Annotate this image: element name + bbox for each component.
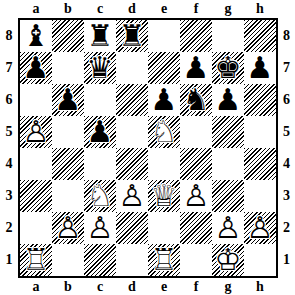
square-e4[interactable]: [148, 148, 180, 180]
piece-glyph: ♟: [52, 84, 84, 116]
black-pawn: ♟♟: [148, 84, 180, 116]
piece-halo: ♟: [180, 180, 212, 212]
piece-glyph: ♙: [116, 180, 148, 212]
square-b5[interactable]: [52, 116, 84, 148]
square-h8[interactable]: [244, 20, 276, 52]
file-label-top-a: a: [20, 0, 52, 18]
square-f4[interactable]: [180, 148, 212, 180]
square-f6[interactable]: ♞♞: [180, 84, 212, 116]
file-labels-bottom: abcdefgh: [20, 278, 295, 295]
black-pawn: ♟♟: [84, 116, 116, 148]
file-labels-top: abcdefgh: [20, 0, 295, 18]
piece-halo: ♟: [20, 52, 52, 84]
piece-halo: ♟: [212, 84, 244, 116]
square-b3[interactable]: [52, 180, 84, 212]
rank-label-right-5: 5: [278, 116, 295, 148]
square-b4[interactable]: [52, 148, 84, 180]
square-e7[interactable]: [148, 52, 180, 84]
rank-label-left-7: 7: [0, 52, 18, 84]
square-c8[interactable]: ♜♜: [84, 20, 116, 52]
white-queen: ♛♕: [148, 180, 180, 212]
rank-label-right-8: 8: [278, 20, 295, 52]
piece-halo: ♝: [20, 20, 52, 52]
rank-labels-right: 87654321: [278, 18, 295, 278]
square-d3[interactable]: ♟♙: [116, 180, 148, 212]
piece-glyph: ♛: [84, 52, 116, 84]
piece-halo: ♞: [180, 84, 212, 116]
black-pawn: ♟♟: [52, 84, 84, 116]
square-c5[interactable]: ♟♟: [84, 116, 116, 148]
piece-halo: ♜: [20, 244, 52, 276]
piece-glyph: ♕: [148, 180, 180, 212]
square-c2[interactable]: ♟♙: [84, 212, 116, 244]
white-pawn: ♟♙: [84, 212, 116, 244]
piece-glyph: ♙: [52, 212, 84, 244]
square-d7[interactable]: [116, 52, 148, 84]
square-a5[interactable]: ♟♙: [20, 116, 52, 148]
black-pawn: ♟♟: [212, 84, 244, 116]
rank-label-left-4: 4: [0, 148, 18, 180]
square-f7[interactable]: ♟♟: [180, 52, 212, 84]
square-a8[interactable]: ♝♝: [20, 20, 52, 52]
rank-label-left-1: 1: [0, 244, 18, 276]
white-pawn: ♟♙: [212, 212, 244, 244]
piece-glyph: ♖: [148, 244, 180, 276]
black-queen: ♛♛: [84, 52, 116, 84]
square-c7[interactable]: ♛♛: [84, 52, 116, 84]
file-label-top-h: h: [244, 0, 276, 18]
piece-glyph: ♟: [148, 84, 180, 116]
piece-glyph: ♔: [212, 244, 244, 276]
square-g4[interactable]: [212, 148, 244, 180]
square-b1[interactable]: [52, 244, 84, 276]
square-e1[interactable]: ♜♖: [148, 244, 180, 276]
black-pawn: ♟♟: [244, 52, 276, 84]
black-knight: ♞♞: [180, 84, 212, 116]
file-label-bottom-h: h: [244, 278, 276, 295]
square-c6[interactable]: [84, 84, 116, 116]
piece-halo: ♟: [52, 84, 84, 116]
black-rook: ♜♜: [116, 20, 148, 52]
chess-diagram: abcdefgh 87654321 ♝♝♜♜♜♜♟♟♛♛♟♟♚♚♟♟♟♟♟♟♞♞…: [0, 0, 295, 295]
white-pawn: ♟♙: [180, 180, 212, 212]
square-e2[interactable]: [148, 212, 180, 244]
square-c1[interactable]: [84, 244, 116, 276]
square-c3[interactable]: ♞♘: [84, 180, 116, 212]
chess-board: ♝♝♜♜♜♜♟♟♛♛♟♟♚♚♟♟♟♟♟♟♞♞♟♟♟♙♟♟♞♘♞♘♟♙♛♕♟♙♟♙…: [18, 18, 278, 278]
piece-halo: ♜: [84, 20, 116, 52]
piece-halo: ♟: [244, 212, 276, 244]
square-c4[interactable]: [84, 148, 116, 180]
piece-halo: ♟: [52, 212, 84, 244]
white-pawn: ♟♙: [244, 212, 276, 244]
square-d1[interactable]: [116, 244, 148, 276]
square-g6[interactable]: ♟♟: [212, 84, 244, 116]
file-label-top-c: c: [84, 0, 116, 18]
rank-label-right-7: 7: [278, 52, 295, 84]
file-label-top-g: g: [212, 0, 244, 18]
rank-label-right-3: 3: [278, 180, 295, 212]
square-h1[interactable]: [244, 244, 276, 276]
square-g3[interactable]: [212, 180, 244, 212]
square-b2[interactable]: ♟♙: [52, 212, 84, 244]
square-a1[interactable]: ♜♖: [20, 244, 52, 276]
rank-label-left-8: 8: [0, 20, 18, 52]
square-h7[interactable]: ♟♟: [244, 52, 276, 84]
rank-label-left-5: 5: [0, 116, 18, 148]
piece-halo: ♟: [20, 116, 52, 148]
file-label-bottom-g: g: [212, 278, 244, 295]
piece-glyph: ♙: [180, 180, 212, 212]
piece-halo: ♟: [116, 180, 148, 212]
square-d5[interactable]: [116, 116, 148, 148]
file-label-top-e: e: [148, 0, 180, 18]
piece-glyph: ♜: [116, 20, 148, 52]
file-label-bottom-d: d: [116, 278, 148, 295]
piece-halo: ♟: [84, 116, 116, 148]
piece-glyph: ♘: [84, 180, 116, 212]
square-h4[interactable]: [244, 148, 276, 180]
square-d4[interactable]: [116, 148, 148, 180]
square-e3[interactable]: ♛♕: [148, 180, 180, 212]
black-king: ♚♚: [212, 52, 244, 84]
piece-glyph: ♟: [180, 52, 212, 84]
square-d2[interactable]: [116, 212, 148, 244]
white-knight: ♞♘: [148, 116, 180, 148]
rank-label-right-1: 1: [278, 244, 295, 276]
white-rook: ♜♖: [148, 244, 180, 276]
file-label-top-b: b: [52, 0, 84, 18]
piece-glyph: ♙: [244, 212, 276, 244]
rank-label-right-4: 4: [278, 148, 295, 180]
piece-glyph: ♝: [20, 20, 52, 52]
piece-glyph: ♚: [212, 52, 244, 84]
rank-label-right-2: 2: [278, 212, 295, 244]
white-knight: ♞♘: [84, 180, 116, 212]
rank-labels-left: 87654321: [0, 18, 18, 278]
square-b6[interactable]: ♟♟: [52, 84, 84, 116]
piece-halo: ♜: [148, 244, 180, 276]
piece-glyph: ♟: [244, 52, 276, 84]
square-h6[interactable]: [244, 84, 276, 116]
piece-glyph: ♜: [84, 20, 116, 52]
square-e5[interactable]: ♞♘: [148, 116, 180, 148]
white-pawn: ♟♙: [116, 180, 148, 212]
piece-halo: ♟: [84, 212, 116, 244]
black-pawn: ♟♟: [20, 52, 52, 84]
square-a7[interactable]: ♟♟: [20, 52, 52, 84]
black-bishop: ♝♝: [20, 20, 52, 52]
piece-halo: ♚: [212, 244, 244, 276]
square-f8[interactable]: [180, 20, 212, 52]
square-b8[interactable]: [52, 20, 84, 52]
square-b7[interactable]: [52, 52, 84, 84]
square-a2[interactable]: [20, 212, 52, 244]
piece-glyph: ♙: [84, 212, 116, 244]
piece-halo: ♟: [212, 212, 244, 244]
square-g5[interactable]: [212, 116, 244, 148]
piece-halo: ♟: [180, 52, 212, 84]
piece-halo: ♟: [244, 52, 276, 84]
square-g2[interactable]: ♟♙: [212, 212, 244, 244]
square-h5[interactable]: [244, 116, 276, 148]
piece-glyph: ♟: [84, 116, 116, 148]
white-pawn: ♟♙: [20, 116, 52, 148]
file-label-bottom-f: f: [180, 278, 212, 295]
rank-label-right-6: 6: [278, 84, 295, 116]
square-h3[interactable]: [244, 180, 276, 212]
file-label-bottom-a: a: [20, 278, 52, 295]
piece-glyph: ♟: [212, 84, 244, 116]
square-d6[interactable]: [116, 84, 148, 116]
piece-glyph: ♘: [148, 116, 180, 148]
black-pawn: ♟♟: [180, 52, 212, 84]
white-king: ♚♔: [212, 244, 244, 276]
square-d8[interactable]: ♜♜: [116, 20, 148, 52]
file-label-top-d: d: [116, 0, 148, 18]
black-rook: ♜♜: [84, 20, 116, 52]
file-label-top-f: f: [180, 0, 212, 18]
square-f2[interactable]: [180, 212, 212, 244]
piece-glyph: ♞: [180, 84, 212, 116]
piece-halo: ♛: [148, 180, 180, 212]
piece-halo: ♟: [148, 84, 180, 116]
board-middle-row: 87654321 ♝♝♜♜♜♜♟♟♛♛♟♟♚♚♟♟♟♟♟♟♞♞♟♟♟♙♟♟♞♘♞…: [0, 18, 295, 278]
square-f3[interactable]: ♟♙: [180, 180, 212, 212]
rank-label-left-3: 3: [0, 180, 18, 212]
square-e8[interactable]: [148, 20, 180, 52]
piece-glyph: ♙: [212, 212, 244, 244]
file-label-bottom-b: b: [52, 278, 84, 295]
piece-halo: ♜: [116, 20, 148, 52]
white-pawn: ♟♙: [52, 212, 84, 244]
square-f5[interactable]: [180, 116, 212, 148]
square-e6[interactable]: ♟♟: [148, 84, 180, 116]
rank-label-left-6: 6: [0, 84, 18, 116]
square-a6[interactable]: [20, 84, 52, 116]
square-g7[interactable]: ♚♚: [212, 52, 244, 84]
square-g8[interactable]: [212, 20, 244, 52]
piece-glyph: ♟: [20, 52, 52, 84]
square-a4[interactable]: [20, 148, 52, 180]
file-label-bottom-c: c: [84, 278, 116, 295]
piece-halo: ♚: [212, 52, 244, 84]
piece-halo: ♞: [84, 180, 116, 212]
square-g1[interactable]: ♚♔: [212, 244, 244, 276]
rank-label-left-2: 2: [0, 212, 18, 244]
piece-halo: ♛: [84, 52, 116, 84]
square-a3[interactable]: [20, 180, 52, 212]
white-rook: ♜♖: [20, 244, 52, 276]
square-h2[interactable]: ♟♙: [244, 212, 276, 244]
piece-halo: ♞: [148, 116, 180, 148]
piece-glyph: ♖: [20, 244, 52, 276]
file-label-bottom-e: e: [148, 278, 180, 295]
square-f1[interactable]: [180, 244, 212, 276]
piece-glyph: ♙: [20, 116, 52, 148]
